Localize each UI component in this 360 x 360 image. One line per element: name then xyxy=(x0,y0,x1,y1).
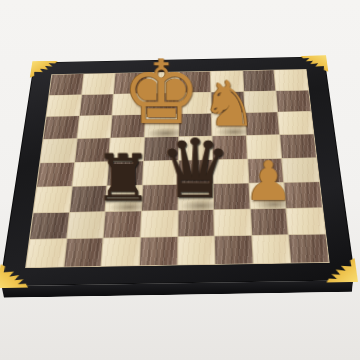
square-a6[interactable] xyxy=(44,116,79,138)
square-g6[interactable] xyxy=(245,112,279,134)
square-c8[interactable] xyxy=(114,73,146,94)
square-c6[interactable] xyxy=(111,115,145,137)
piece-glyph: ♜ xyxy=(94,146,152,211)
square-a5[interactable] xyxy=(40,139,76,162)
square-d8[interactable] xyxy=(147,72,179,93)
black-rook[interactable]: ♜ xyxy=(105,185,142,211)
square-g8[interactable] xyxy=(243,70,276,91)
square-g7[interactable] xyxy=(244,91,277,113)
square-e7[interactable] xyxy=(179,92,211,114)
square-h6[interactable] xyxy=(278,112,313,134)
square-f7[interactable] xyxy=(212,92,245,114)
square-a7[interactable] xyxy=(47,95,81,117)
board-frame: ♚♞♜♛♟ xyxy=(0,57,355,287)
white-pawn[interactable]: ♟ xyxy=(249,183,287,209)
square-b6[interactable] xyxy=(77,116,111,138)
piece-glyph: ♛ xyxy=(159,128,232,210)
perspective-scene: ♚♞♜♛♟ xyxy=(0,0,360,320)
square-b7[interactable] xyxy=(80,94,114,116)
black-queen[interactable]: ♛ xyxy=(178,184,214,210)
board-edge-side xyxy=(2,280,354,297)
square-e8[interactable] xyxy=(179,72,211,93)
square-c7[interactable] xyxy=(113,94,146,116)
square-h8[interactable] xyxy=(275,70,308,91)
square-f8[interactable] xyxy=(211,71,243,92)
square-h7[interactable] xyxy=(277,90,311,112)
photo-background: ♚♞♜♛♟ xyxy=(0,0,360,360)
square-b8[interactable] xyxy=(82,73,115,94)
square-a8[interactable] xyxy=(49,74,82,95)
square-d7[interactable] xyxy=(146,93,178,115)
piece-glyph: ♟ xyxy=(244,154,293,208)
chess-board: ♚♞♜♛♟ xyxy=(0,57,355,287)
